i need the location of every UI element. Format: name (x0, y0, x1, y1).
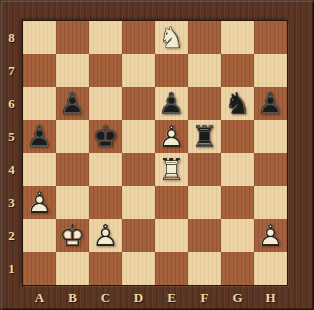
square-h6[interactable]: ♟♙ (254, 87, 287, 120)
white-king-outline: ♔ (56, 219, 89, 252)
square-b1[interactable] (56, 252, 89, 285)
square-d7[interactable] (122, 54, 155, 87)
square-a6[interactable] (23, 87, 56, 120)
square-b2[interactable]: ♚♔ (56, 219, 89, 252)
square-a5[interactable]: ♟♙ (23, 120, 56, 153)
piece-black-pawn-h6[interactable]: ♟♙ (254, 87, 287, 120)
square-b6[interactable]: ♟♙ (56, 87, 89, 120)
square-h1[interactable] (254, 252, 287, 285)
square-d4[interactable] (122, 153, 155, 186)
square-e1[interactable] (155, 252, 188, 285)
square-h4[interactable] (254, 153, 287, 186)
rank-label-4: 4 (0, 153, 23, 186)
square-h5[interactable] (254, 120, 287, 153)
piece-white-rook-e4[interactable]: ♜♖ (155, 153, 188, 186)
square-e5[interactable]: ♟♙ (155, 120, 188, 153)
square-h2[interactable]: ♟♙ (254, 219, 287, 252)
square-f1[interactable] (188, 252, 221, 285)
square-f3[interactable] (188, 186, 221, 219)
square-e7[interactable] (155, 54, 188, 87)
piece-white-pawn-e5[interactable]: ♟♙ (155, 120, 188, 153)
white-pawn-outline: ♙ (23, 186, 56, 219)
square-c4[interactable] (89, 153, 122, 186)
file-label-H: H (254, 285, 287, 310)
square-c3[interactable] (89, 186, 122, 219)
black-king-outline: ♔ (89, 120, 122, 153)
file-label-C: C (89, 285, 122, 310)
black-pawn-outline: ♙ (155, 87, 188, 120)
square-a2[interactable] (23, 219, 56, 252)
square-e4[interactable]: ♜♖ (155, 153, 188, 186)
black-knight-outline: ♘ (221, 87, 254, 120)
white-rook-outline: ♖ (155, 153, 188, 186)
square-c2[interactable]: ♟♙ (89, 219, 122, 252)
file-label-E: E (155, 285, 188, 310)
square-d1[interactable] (122, 252, 155, 285)
piece-white-king-b2[interactable]: ♚♔ (56, 219, 89, 252)
piece-black-rook-f5[interactable]: ♜♖ (188, 120, 221, 153)
square-g4[interactable] (221, 153, 254, 186)
square-e3[interactable] (155, 186, 188, 219)
square-e2[interactable] (155, 219, 188, 252)
black-rook-outline: ♖ (188, 120, 221, 153)
black-pawn-outline: ♙ (23, 120, 56, 153)
black-pawn-outline: ♙ (56, 87, 89, 120)
rank-label-3: 3 (0, 186, 23, 219)
square-b7[interactable] (56, 54, 89, 87)
square-d3[interactable] (122, 186, 155, 219)
square-g5[interactable] (221, 120, 254, 153)
square-g2[interactable] (221, 219, 254, 252)
rank-label-5: 5 (0, 120, 23, 153)
white-knight-outline: ♘ (155, 21, 188, 54)
square-c1[interactable] (89, 252, 122, 285)
piece-white-pawn-c2[interactable]: ♟♙ (89, 219, 122, 252)
file-label-D: D (122, 285, 155, 310)
file-label-G: G (221, 285, 254, 310)
square-g8[interactable] (221, 21, 254, 54)
square-g6[interactable]: ♞♘ (221, 87, 254, 120)
square-c5[interactable]: ♚♔ (89, 120, 122, 153)
white-pawn-outline: ♙ (254, 219, 287, 252)
square-b4[interactable] (56, 153, 89, 186)
square-a7[interactable] (23, 54, 56, 87)
square-h7[interactable] (254, 54, 287, 87)
rank-label-2: 2 (0, 219, 23, 252)
piece-black-knight-g6[interactable]: ♞♘ (221, 87, 254, 120)
black-pawn-outline: ♙ (254, 87, 287, 120)
square-e6[interactable]: ♟♙ (155, 87, 188, 120)
square-a4[interactable] (23, 153, 56, 186)
rank-label-1: 1 (0, 252, 23, 285)
piece-black-king-c5[interactable]: ♚♔ (89, 120, 122, 153)
piece-black-pawn-e6[interactable]: ♟♙ (155, 87, 188, 120)
square-f5[interactable]: ♜♖ (188, 120, 221, 153)
square-g1[interactable] (221, 252, 254, 285)
square-f7[interactable] (188, 54, 221, 87)
square-d8[interactable] (122, 21, 155, 54)
square-h8[interactable] (254, 21, 287, 54)
file-label-A: A (23, 285, 56, 310)
square-a1[interactable] (23, 252, 56, 285)
square-c8[interactable] (89, 21, 122, 54)
square-d2[interactable] (122, 219, 155, 252)
square-f6[interactable] (188, 87, 221, 120)
file-labels: ABCDEFGH (23, 285, 287, 310)
rank-label-6: 6 (0, 87, 23, 120)
file-label-F: F (188, 285, 221, 310)
square-b3[interactable] (56, 186, 89, 219)
chess-diagram: 87654321 ABCDEFGH ♞♘♟♙♟♙♞♘♟♙♟♙♚♔♟♙♜♖♜♖♟♙… (0, 0, 314, 310)
piece-black-pawn-a5[interactable]: ♟♙ (23, 120, 56, 153)
piece-black-pawn-b6[interactable]: ♟♙ (56, 87, 89, 120)
rank-label-7: 7 (0, 54, 23, 87)
white-pawn-outline: ♙ (89, 219, 122, 252)
square-f4[interactable] (188, 153, 221, 186)
square-c7[interactable] (89, 54, 122, 87)
square-f2[interactable] (188, 219, 221, 252)
square-d5[interactable] (122, 120, 155, 153)
square-g3[interactable] (221, 186, 254, 219)
square-a8[interactable] (23, 21, 56, 54)
square-e8[interactable]: ♞♘ (155, 21, 188, 54)
square-f8[interactable] (188, 21, 221, 54)
square-b5[interactable] (56, 120, 89, 153)
piece-white-knight-e8[interactable]: ♞♘ (155, 21, 188, 54)
rank-label-8: 8 (0, 21, 23, 54)
square-g7[interactable] (221, 54, 254, 87)
file-label-B: B (56, 285, 89, 310)
square-a3[interactable]: ♟♙ (23, 186, 56, 219)
square-d6[interactable] (122, 87, 155, 120)
piece-white-pawn-a3[interactable]: ♟♙ (23, 186, 56, 219)
square-c6[interactable] (89, 87, 122, 120)
chess-board: ♞♘♟♙♟♙♞♘♟♙♟♙♚♔♟♙♜♖♜♖♟♙♚♔♟♙♟♙ (23, 21, 287, 285)
square-b8[interactable] (56, 21, 89, 54)
piece-white-pawn-h2[interactable]: ♟♙ (254, 219, 287, 252)
white-pawn-outline: ♙ (155, 120, 188, 153)
square-h3[interactable] (254, 186, 287, 219)
rank-labels: 87654321 (0, 21, 23, 285)
